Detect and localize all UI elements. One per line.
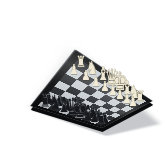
pieces-layer: ♜♞♝♛♚♝♞♜♟♟♟♟♟♟♟♟♟♟♟♟♟♟♟♟♜♞♝♛♚♝♞♜: [0, 0, 165, 165]
white-pawn: ♟: [81, 70, 90, 84]
white-pawn: ♟: [70, 64, 79, 78]
product-photo: ♜♞♝♛♚♝♞♜♟♟♟♟♟♟♟♟♟♟♟♟♟♟♟♟♜♞♝♛♚♝♞♜: [0, 0, 165, 165]
white-pawn: ♟: [128, 95, 137, 109]
white-pawn: ♟: [91, 75, 100, 89]
black-rook: ♜: [95, 111, 106, 128]
